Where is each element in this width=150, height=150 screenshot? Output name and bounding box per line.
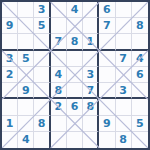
cell-r2c9[interactable]: 8: [132, 18, 148, 34]
cell-r3c5[interactable]: 8: [67, 34, 83, 50]
cell-r9c8[interactable]: 8: [116, 132, 132, 148]
cell-r1c1[interactable]: [2, 2, 18, 18]
cell-r9c1[interactable]: [2, 132, 18, 148]
cell-r8c4[interactable]: [51, 116, 67, 132]
cell-r2c5[interactable]: [67, 18, 83, 34]
cell-r5c9[interactable]: 6: [132, 67, 148, 83]
cell-r3c4[interactable]: 7: [51, 34, 67, 50]
cell-r9c6[interactable]: [83, 132, 99, 148]
cell-r3c9[interactable]: [132, 34, 148, 50]
cell-r3c6[interactable]: 1: [83, 34, 99, 50]
cell-r4c4[interactable]: [51, 51, 67, 67]
cell-r2c1[interactable]: 9: [2, 18, 18, 34]
cell-r4c6[interactable]: [83, 51, 99, 67]
cell-r4c7[interactable]: [99, 51, 115, 67]
cell-r8c3[interactable]: 8: [34, 116, 50, 132]
cell-r3c8[interactable]: [116, 34, 132, 50]
cell-r6c7[interactable]: [99, 83, 115, 99]
cell-r2c3[interactable]: 5: [34, 18, 50, 34]
cell-r6c1[interactable]: [2, 83, 18, 99]
cell-r1c5[interactable]: 4: [67, 2, 83, 18]
cell-r8c5[interactable]: [67, 116, 83, 132]
cell-r5c5[interactable]: [67, 67, 83, 83]
cell-r7c9[interactable]: [132, 99, 148, 115]
cell-r9c5[interactable]: [67, 132, 83, 148]
cell-r1c7[interactable]: 6: [99, 2, 115, 18]
cell-r2c2[interactable]: [18, 18, 34, 34]
cell-r7c2[interactable]: [18, 99, 34, 115]
cell-r3c3[interactable]: [34, 34, 50, 50]
cell-r7c6[interactable]: 8: [83, 99, 99, 115]
cell-r4c3[interactable]: [34, 51, 50, 67]
cell-r7c1[interactable]: [2, 99, 18, 115]
cell-r4c2[interactable]: 5: [18, 51, 34, 67]
cell-r7c5[interactable]: 6: [67, 99, 83, 115]
cell-r5c1[interactable]: 2: [2, 67, 18, 83]
cell-r1c6[interactable]: [83, 2, 99, 18]
cell-r2c6[interactable]: [83, 18, 99, 34]
cell-r8c7[interactable]: 9: [99, 116, 115, 132]
cell-r9c9[interactable]: [132, 132, 148, 148]
cell-r3c1[interactable]: [2, 34, 18, 50]
cell-r6c2[interactable]: 9: [18, 83, 34, 99]
cell-r5c7[interactable]: [99, 67, 115, 83]
cell-r6c8[interactable]: 3: [116, 83, 132, 99]
cell-r9c2[interactable]: 4: [18, 132, 34, 148]
cell-r1c3[interactable]: 3: [34, 2, 50, 18]
cell-r4c1[interactable]: 3: [2, 51, 18, 67]
argyle-sudoku-board: 3469578781357424369873268189548: [0, 0, 150, 150]
cell-r1c2[interactable]: [18, 2, 34, 18]
cell-r9c3[interactable]: [34, 132, 50, 148]
cell-r8c2[interactable]: [18, 116, 34, 132]
cell-r7c3[interactable]: [34, 99, 50, 115]
cell-r4c9[interactable]: 4: [132, 51, 148, 67]
cell-r8c9[interactable]: 5: [132, 116, 148, 132]
cell-r2c4[interactable]: [51, 18, 67, 34]
cell-r8c1[interactable]: 1: [2, 116, 18, 132]
cell-r5c2[interactable]: [18, 67, 34, 83]
cell-r4c5[interactable]: [67, 51, 83, 67]
cell-r6c6[interactable]: 7: [83, 83, 99, 99]
cell-r8c8[interactable]: [116, 116, 132, 132]
cell-r5c8[interactable]: [116, 67, 132, 83]
cell-r3c7[interactable]: [99, 34, 115, 50]
cell-r5c6[interactable]: 3: [83, 67, 99, 83]
sudoku-grid: 3469578781357424369873268189548: [2, 2, 148, 148]
cell-r9c4[interactable]: [51, 132, 67, 148]
cell-r6c5[interactable]: [67, 83, 83, 99]
cell-r8c6[interactable]: [83, 116, 99, 132]
cell-r7c4[interactable]: 2: [51, 99, 67, 115]
cell-r6c9[interactable]: [132, 83, 148, 99]
cell-r6c3[interactable]: [34, 83, 50, 99]
cell-r5c3[interactable]: [34, 67, 50, 83]
cell-r1c8[interactable]: [116, 2, 132, 18]
cell-r1c4[interactable]: [51, 2, 67, 18]
cell-r4c8[interactable]: 7: [116, 51, 132, 67]
cell-r3c2[interactable]: [18, 34, 34, 50]
cell-r2c8[interactable]: [116, 18, 132, 34]
cell-r9c7[interactable]: [99, 132, 115, 148]
cell-r2c7[interactable]: 7: [99, 18, 115, 34]
cell-r1c9[interactable]: [132, 2, 148, 18]
cell-r7c7[interactable]: [99, 99, 115, 115]
cell-r5c4[interactable]: 4: [51, 67, 67, 83]
cell-r7c8[interactable]: [116, 99, 132, 115]
cell-r6c4[interactable]: 8: [51, 83, 67, 99]
